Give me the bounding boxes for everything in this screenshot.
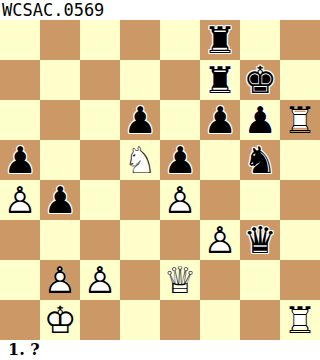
square-c8[interactable] — [80, 20, 120, 60]
piece-black-knight: ♞ — [240, 140, 280, 180]
square-a1[interactable] — [0, 300, 40, 340]
square-c4[interactable] — [80, 180, 120, 220]
square-a7[interactable] — [0, 60, 40, 100]
square-c3[interactable] — [80, 220, 120, 260]
square-d2[interactable] — [120, 260, 160, 300]
square-c6[interactable] — [80, 100, 120, 140]
piece-white-king: ♚♔ — [40, 300, 80, 340]
piece-white-rook: ♜♖ — [280, 100, 320, 140]
piece-black-pawn: ♟ — [160, 140, 200, 180]
square-e5[interactable]: ♟ — [160, 140, 200, 180]
piece-black-rook: ♜ — [200, 20, 240, 60]
piece-black-queen: ♛ — [240, 220, 280, 260]
square-b3[interactable] — [40, 220, 80, 260]
square-g2[interactable] — [240, 260, 280, 300]
square-h4[interactable] — [280, 180, 320, 220]
square-d5[interactable]: ♞♘ — [120, 140, 160, 180]
square-b1[interactable]: ♚♔ — [40, 300, 80, 340]
square-f2[interactable] — [200, 260, 240, 300]
piece-white-knight: ♞♘ — [120, 140, 160, 180]
square-d1[interactable] — [120, 300, 160, 340]
square-e6[interactable] — [160, 100, 200, 140]
square-d3[interactable] — [120, 220, 160, 260]
square-c2[interactable]: ♟♙ — [80, 260, 120, 300]
chess-board: ♜♜♚♟♟♟♜♖♟♞♘♟♞♟♙♟♟♙♟♙♛♟♙♟♙♛♕♚♔♜♖ — [0, 20, 320, 340]
piece-black-pawn: ♟ — [40, 180, 80, 220]
square-g6[interactable]: ♟ — [240, 100, 280, 140]
piece-white-pawn: ♟♙ — [0, 180, 40, 220]
square-d4[interactable] — [120, 180, 160, 220]
square-h3[interactable] — [280, 220, 320, 260]
piece-white-pawn: ♟♙ — [80, 260, 120, 300]
square-f7[interactable]: ♜ — [200, 60, 240, 100]
square-h5[interactable] — [280, 140, 320, 180]
square-g4[interactable] — [240, 180, 280, 220]
square-b4[interactable]: ♟ — [40, 180, 80, 220]
square-h8[interactable] — [280, 20, 320, 60]
move-prompt: 1. ? — [0, 340, 40, 360]
square-h7[interactable] — [280, 60, 320, 100]
square-h6[interactable]: ♜♖ — [280, 100, 320, 140]
square-f1[interactable] — [200, 300, 240, 340]
square-f4[interactable] — [200, 180, 240, 220]
square-c7[interactable] — [80, 60, 120, 100]
square-c1[interactable] — [80, 300, 120, 340]
square-f6[interactable]: ♟ — [200, 100, 240, 140]
chess-puzzle-window: WCSAC.0569 ♜♜♚♟♟♟♜♖♟♞♘♟♞♟♙♟♟♙♟♙♛♟♙♟♙♛♕♚♔… — [0, 0, 320, 360]
square-d6[interactable]: ♟ — [120, 100, 160, 140]
piece-black-pawn: ♟ — [120, 100, 160, 140]
square-e3[interactable] — [160, 220, 200, 260]
square-g1[interactable] — [240, 300, 280, 340]
square-a6[interactable] — [0, 100, 40, 140]
piece-black-pawn: ♟ — [200, 100, 240, 140]
piece-white-pawn: ♟♙ — [160, 180, 200, 220]
square-g8[interactable] — [240, 20, 280, 60]
square-a2[interactable] — [0, 260, 40, 300]
square-a8[interactable] — [0, 20, 40, 60]
square-a5[interactable]: ♟ — [0, 140, 40, 180]
square-e7[interactable] — [160, 60, 200, 100]
square-b7[interactable] — [40, 60, 80, 100]
square-b5[interactable] — [40, 140, 80, 180]
piece-black-rook: ♜ — [200, 60, 240, 100]
square-f8[interactable]: ♜ — [200, 20, 240, 60]
square-e8[interactable] — [160, 20, 200, 60]
square-d7[interactable] — [120, 60, 160, 100]
square-e4[interactable]: ♟♙ — [160, 180, 200, 220]
piece-white-queen: ♛♕ — [160, 260, 200, 300]
square-a4[interactable]: ♟♙ — [0, 180, 40, 220]
piece-black-pawn: ♟ — [0, 140, 40, 180]
square-g3[interactable]: ♛ — [240, 220, 280, 260]
square-e2[interactable]: ♛♕ — [160, 260, 200, 300]
square-d8[interactable] — [120, 20, 160, 60]
piece-white-pawn: ♟♙ — [40, 260, 80, 300]
square-g7[interactable]: ♚ — [240, 60, 280, 100]
piece-white-rook: ♜♖ — [280, 300, 320, 340]
square-f3[interactable]: ♟♙ — [200, 220, 240, 260]
square-h1[interactable]: ♜♖ — [280, 300, 320, 340]
square-f5[interactable] — [200, 140, 240, 180]
square-c5[interactable] — [80, 140, 120, 180]
window-title-bar: WCSAC.0569 — [0, 0, 320, 20]
puzzle-title: WCSAC.0569 — [0, 0, 104, 20]
square-b8[interactable] — [40, 20, 80, 60]
square-b2[interactable]: ♟♙ — [40, 260, 80, 300]
piece-black-pawn: ♟ — [240, 100, 280, 140]
square-a3[interactable] — [0, 220, 40, 260]
square-e1[interactable] — [160, 300, 200, 340]
piece-black-king: ♚ — [240, 60, 280, 100]
square-h2[interactable] — [280, 260, 320, 300]
status-bar: 1. ? — [0, 340, 320, 360]
piece-white-pawn: ♟♙ — [200, 220, 240, 260]
square-g5[interactable]: ♞ — [240, 140, 280, 180]
square-b6[interactable] — [40, 100, 80, 140]
